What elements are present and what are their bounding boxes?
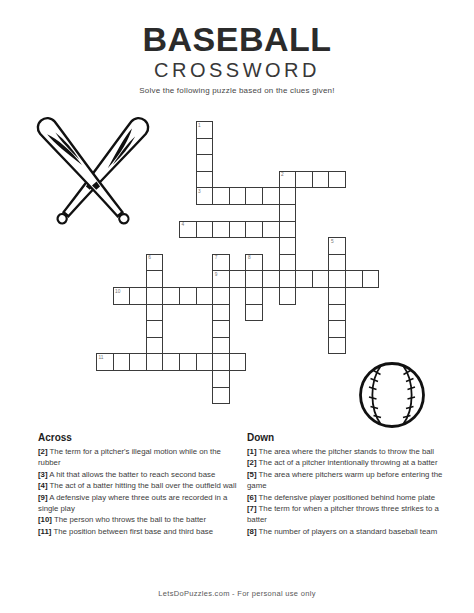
grid-cell[interactable]: 4 <box>179 221 197 239</box>
grid-cell[interactable] <box>212 387 230 405</box>
crossword-grid: 1234567891011 <box>96 121 380 405</box>
grid-cell[interactable] <box>279 204 297 222</box>
grid-cell[interactable] <box>279 254 297 272</box>
grid-cell[interactable] <box>328 304 346 322</box>
grid-cell[interactable] <box>295 171 313 189</box>
grid-cell[interactable] <box>196 353 214 371</box>
grid-cell[interactable] <box>212 353 230 371</box>
clue-number: 1 <box>198 123 201 129</box>
grid-cell[interactable] <box>229 187 247 205</box>
clue-number: 10 <box>115 289 120 295</box>
grid-cell[interactable]: 1 <box>196 121 214 139</box>
grid-cell[interactable] <box>179 287 197 305</box>
grid-cell[interactable] <box>328 320 346 338</box>
grid-cell[interactable] <box>262 221 280 239</box>
grid-cell[interactable] <box>212 370 230 388</box>
grid-cell[interactable] <box>362 270 380 288</box>
clue: [5] The area where pitchers warm up befo… <box>247 469 455 492</box>
grid-cell[interactable] <box>328 171 346 189</box>
clue-number: 7 <box>215 255 218 261</box>
instruction-text: Solve the following puzzle based on the … <box>0 86 474 95</box>
grid-cell[interactable] <box>312 270 330 288</box>
grid-cell[interactable] <box>328 337 346 355</box>
grid-cell[interactable] <box>279 221 297 239</box>
clue-number: 4 <box>182 222 185 228</box>
clue: [7] The term for when a pitcher throws t… <box>247 503 455 526</box>
clue-number: 3 <box>198 189 201 195</box>
grid-cell[interactable] <box>146 337 164 355</box>
page: BASEBALL CROSSWORD Solve the following p… <box>0 0 474 613</box>
grid-cell[interactable] <box>196 171 214 189</box>
grid-cell[interactable] <box>212 187 230 205</box>
grid-cell[interactable] <box>162 353 180 371</box>
clue-number: 2 <box>281 172 284 178</box>
grid-cell[interactable] <box>129 287 147 305</box>
grid-cell[interactable] <box>245 270 263 288</box>
clue: [1] The area where the pitcher stands to… <box>247 446 455 457</box>
grid-cell[interactable]: 6 <box>146 254 164 272</box>
grid-cell[interactable] <box>146 270 164 288</box>
clue: [10] The person who throws the ball to t… <box>38 514 242 525</box>
grid-cell[interactable] <box>212 287 230 305</box>
clue: [3] A hit that allows the batter to reac… <box>38 469 242 480</box>
grid-cell[interactable] <box>328 270 346 288</box>
clue-number-label: [10] <box>38 515 52 524</box>
down-clues-section: Down [1] The area where the pitcher stan… <box>247 432 455 537</box>
grid-cell[interactable]: 3 <box>196 187 214 205</box>
grid-cell[interactable] <box>196 138 214 156</box>
across-heading: Across <box>38 432 242 443</box>
grid-cell[interactable] <box>196 287 214 305</box>
clue-number: 9 <box>215 272 218 278</box>
grid-cell[interactable] <box>212 304 230 322</box>
across-clue-list: [2] The term for a pitcher's illegal mot… <box>38 446 242 537</box>
grid-cell[interactable] <box>196 221 214 239</box>
clue: [4] The act of a batter hitting the ball… <box>38 480 242 491</box>
grid-cell[interactable] <box>179 353 197 371</box>
page-subtitle: CROSSWORD <box>0 59 474 82</box>
grid-cell[interactable] <box>245 287 263 305</box>
grid-cell[interactable] <box>262 270 280 288</box>
clue-number: 5 <box>331 239 334 245</box>
clue-number-label: [8] <box>247 527 257 536</box>
grid-cell[interactable] <box>146 320 164 338</box>
grid-cell[interactable] <box>129 353 147 371</box>
footer-credit: LetsDoPuzzles.com - For personal use onl… <box>0 589 474 598</box>
clue-number-label: [9] <box>38 493 48 502</box>
clue: [9] A defensive play where three outs ar… <box>38 492 242 515</box>
grid-cell[interactable]: 7 <box>212 254 230 272</box>
clue-number-label: [4] <box>38 481 48 490</box>
grid-cell[interactable] <box>279 187 297 205</box>
grid-cell[interactable]: 10 <box>113 287 131 305</box>
grid-cell[interactable] <box>295 270 313 288</box>
clue: [2] The act of a pitcher intentionally t… <box>247 457 455 468</box>
grid-cell[interactable] <box>162 287 180 305</box>
page-title: BASEBALL <box>0 20 474 59</box>
clue-number-label: [11] <box>38 527 51 536</box>
grid-cell[interactable] <box>146 353 164 371</box>
grid-cell[interactable] <box>245 221 263 239</box>
clue-number: 11 <box>99 355 104 361</box>
grid-cell[interactable] <box>113 353 131 371</box>
grid-cell[interactable] <box>146 304 164 322</box>
down-clue-list: [1] The area where the pitcher stands to… <box>247 446 455 537</box>
clue-number: 6 <box>148 255 151 261</box>
grid-cell[interactable] <box>279 287 297 305</box>
grid-cell[interactable] <box>229 353 247 371</box>
grid-cell[interactable] <box>279 237 297 255</box>
clue-number-label: [2] <box>247 458 257 467</box>
grid-cell[interactable] <box>245 187 263 205</box>
grid-cell[interactable] <box>229 270 247 288</box>
across-clues-section: Across [2] The term for a pitcher's ille… <box>38 432 242 537</box>
grid-cell[interactable] <box>196 154 214 172</box>
grid-cell[interactable] <box>262 187 280 205</box>
grid-cell[interactable] <box>212 337 230 355</box>
clue: [8] The number of players on a standard … <box>247 526 455 537</box>
grid-cell[interactable] <box>279 270 297 288</box>
clue: [11] The position between first base and… <box>38 526 242 537</box>
clue: [6] The defensive player positioned behi… <box>247 492 455 503</box>
grid-cell[interactable]: 2 <box>279 171 297 189</box>
grid-cell[interactable] <box>345 270 363 288</box>
grid-cell[interactable] <box>328 254 346 272</box>
clue-number-label: [6] <box>247 493 257 502</box>
clue-number-label: [3] <box>38 470 48 479</box>
grid-cell[interactable] <box>212 320 230 338</box>
grid-cell[interactable] <box>245 304 263 322</box>
grid-cell[interactable]: 9 <box>212 270 230 288</box>
down-heading: Down <box>247 432 455 443</box>
clue: [2] The term for a pitcher's illegal mot… <box>38 446 242 469</box>
clue-number: 8 <box>248 255 251 261</box>
grid-cell[interactable] <box>212 221 230 239</box>
clue-number-label: [5] <box>247 470 257 479</box>
grid-cell[interactable] <box>328 287 346 305</box>
grid-cell[interactable]: 11 <box>96 353 114 371</box>
grid-cell[interactable] <box>229 221 247 239</box>
clue-number-label: [2] <box>38 447 48 456</box>
grid-cell[interactable]: 5 <box>328 237 346 255</box>
clue-number-label: [7] <box>247 504 257 513</box>
grid-cell[interactable] <box>312 171 330 189</box>
grid-cell[interactable]: 8 <box>245 254 263 272</box>
baseball-icon <box>354 357 430 433</box>
grid-cell[interactable] <box>146 287 164 305</box>
clue-number-label: [1] <box>247 447 257 456</box>
